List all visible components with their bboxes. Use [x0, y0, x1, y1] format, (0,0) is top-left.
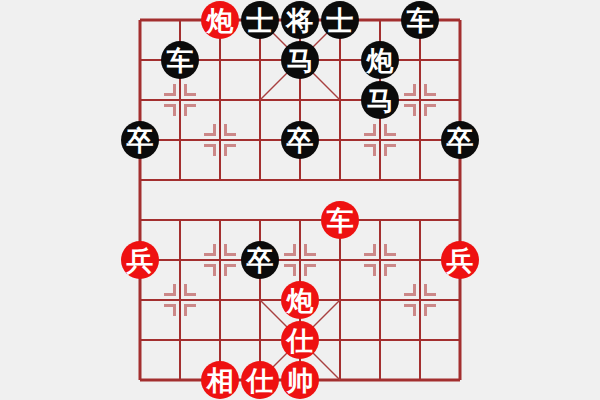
piece-red-soldier[interactable]: 兵 — [121, 241, 159, 279]
star-point-mark — [284, 244, 296, 256]
star-point-mark — [184, 284, 196, 296]
star-point-mark — [284, 264, 296, 276]
star-point-mark — [204, 264, 216, 276]
piece-red-advisor[interactable]: 仕 — [241, 361, 279, 399]
star-point-mark — [184, 104, 196, 116]
piece-black-advisor[interactable]: 士 — [241, 1, 279, 39]
star-point-mark — [184, 304, 196, 316]
star-point-mark — [384, 144, 396, 156]
piece-red-soldier[interactable]: 兵 — [441, 241, 479, 279]
star-point-mark — [424, 284, 436, 296]
star-point-mark — [424, 304, 436, 316]
piece-black-soldier[interactable]: 卒 — [281, 121, 319, 159]
piece-black-soldier[interactable]: 卒 — [241, 241, 279, 279]
star-point-mark — [384, 124, 396, 136]
piece-red-general[interactable]: 帅 — [281, 361, 319, 399]
star-point-mark — [204, 244, 216, 256]
piece-black-soldier[interactable]: 卒 — [121, 121, 159, 159]
piece-red-advisor[interactable]: 仕 — [281, 321, 319, 359]
star-point-mark — [364, 264, 376, 276]
star-point-mark — [224, 144, 236, 156]
piece-black-horse[interactable]: 马 — [361, 81, 399, 119]
star-point-mark — [204, 124, 216, 136]
star-point-mark — [384, 244, 396, 256]
star-point-mark — [424, 84, 436, 96]
star-point-mark — [364, 124, 376, 136]
piece-red-cannon[interactable]: 炮 — [281, 281, 319, 319]
star-point-mark — [304, 264, 316, 276]
star-point-mark — [184, 84, 196, 96]
star-point-mark — [164, 304, 176, 316]
star-point-mark — [404, 304, 416, 316]
star-point-mark — [304, 244, 316, 256]
star-point-mark — [224, 244, 236, 256]
star-point-mark — [424, 104, 436, 116]
piece-black-general[interactable]: 将 — [281, 1, 319, 39]
piece-black-chariot[interactable]: 车 — [401, 1, 439, 39]
star-point-mark — [224, 124, 236, 136]
star-point-mark — [164, 84, 176, 96]
piece-red-cannon[interactable]: 炮 — [201, 1, 239, 39]
star-point-mark — [364, 144, 376, 156]
piece-black-cannon[interactable]: 炮 — [361, 41, 399, 79]
star-point-mark — [404, 104, 416, 116]
piece-black-advisor[interactable]: 士 — [321, 1, 359, 39]
xiangqi-app: 炮士将士车车马炮马卒卒卒车兵卒兵炮仕相仕帅 — [0, 0, 600, 400]
piece-red-elephant[interactable]: 相 — [201, 361, 239, 399]
star-point-mark — [164, 104, 176, 116]
xiangqi-board[interactable]: 炮士将士车车马炮马卒卒卒车兵卒兵炮仕相仕帅 — [0, 0, 600, 400]
piece-black-horse[interactable]: 马 — [281, 41, 319, 79]
star-point-mark — [224, 264, 236, 276]
star-point-mark — [404, 284, 416, 296]
star-point-mark — [204, 144, 216, 156]
star-point-mark — [364, 244, 376, 256]
piece-black-chariot[interactable]: 车 — [161, 41, 199, 79]
star-point-mark — [384, 264, 396, 276]
star-point-mark — [164, 284, 176, 296]
piece-black-soldier[interactable]: 卒 — [441, 121, 479, 159]
piece-red-chariot[interactable]: 车 — [321, 201, 359, 239]
star-point-mark — [404, 84, 416, 96]
